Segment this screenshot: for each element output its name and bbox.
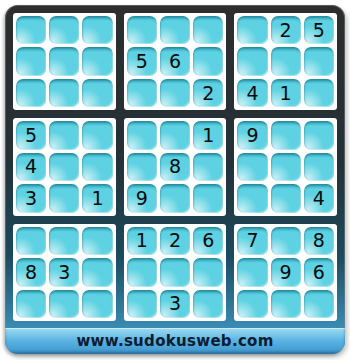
box-4: 5431 — [13, 118, 116, 215]
cell-r8c7[interactable] — [237, 258, 267, 286]
cell-r6c6[interactable] — [193, 184, 223, 212]
cell-r2c4[interactable]: 5 — [127, 47, 157, 75]
cell-r5c7[interactable] — [237, 153, 267, 181]
cell-r9c6[interactable] — [193, 290, 223, 318]
cell-r9c3[interactable] — [82, 290, 112, 318]
box-5: 189 — [124, 118, 227, 215]
cell-r1c8[interactable]: 2 — [271, 16, 301, 44]
cell-r9c4[interactable] — [127, 290, 157, 318]
cell-r8c4[interactable] — [127, 258, 157, 286]
cell-r6c7[interactable] — [237, 184, 267, 212]
cell-r5c3[interactable] — [82, 153, 112, 181]
cell-r6c5[interactable] — [160, 184, 190, 212]
cell-r9c8[interactable] — [271, 290, 301, 318]
cell-r6c3[interactable]: 1 — [82, 184, 112, 212]
cell-r5c2[interactable] — [49, 153, 79, 181]
cell-r5c4[interactable] — [127, 153, 157, 181]
cell-r4c4[interactable] — [127, 121, 157, 149]
cell-r2c9[interactable] — [304, 47, 334, 75]
cell-r2c5[interactable]: 6 — [160, 47, 190, 75]
cell-r3c1[interactable] — [16, 79, 46, 107]
cell-r3c4[interactable] — [127, 79, 157, 107]
cell-r7c2[interactable] — [49, 227, 79, 255]
cell-r3c7[interactable]: 4 — [237, 79, 267, 107]
cell-r9c9[interactable] — [304, 290, 334, 318]
cell-r5c1[interactable]: 4 — [16, 153, 46, 181]
cell-r3c2[interactable] — [49, 79, 79, 107]
cell-r2c3[interactable] — [82, 47, 112, 75]
cell-r9c5[interactable]: 3 — [160, 290, 190, 318]
box-1 — [13, 13, 116, 110]
cell-r3c3[interactable] — [82, 79, 112, 107]
cell-r6c9[interactable]: 4 — [304, 184, 334, 212]
cell-r1c9[interactable]: 5 — [304, 16, 334, 44]
cell-r3c5[interactable] — [160, 79, 190, 107]
cell-r1c7[interactable] — [237, 16, 267, 44]
cell-r3c8[interactable]: 1 — [271, 79, 301, 107]
sudoku-grid: 56225415431189948312637896 — [13, 13, 337, 321]
cell-r7c4[interactable]: 1 — [127, 227, 157, 255]
cell-r4c9[interactable] — [304, 121, 334, 149]
cell-r4c5[interactable] — [160, 121, 190, 149]
cell-r5c8[interactable] — [271, 153, 301, 181]
cell-r9c1[interactable] — [16, 290, 46, 318]
cell-r6c8[interactable] — [271, 184, 301, 212]
box-2: 562 — [124, 13, 227, 110]
cell-r4c3[interactable] — [82, 121, 112, 149]
cell-r1c5[interactable] — [160, 16, 190, 44]
cell-r8c3[interactable] — [82, 258, 112, 286]
cell-r8c6[interactable] — [193, 258, 223, 286]
cell-r7c8[interactable] — [271, 227, 301, 255]
box-6: 94 — [234, 118, 337, 215]
cell-r4c2[interactable] — [49, 121, 79, 149]
cell-r6c1[interactable]: 3 — [16, 184, 46, 212]
box-9: 7896 — [234, 224, 337, 321]
box-7: 83 — [13, 224, 116, 321]
cell-r5c6[interactable] — [193, 153, 223, 181]
cell-r9c2[interactable] — [49, 290, 79, 318]
cell-r5c9[interactable] — [304, 153, 334, 181]
cell-r7c5[interactable]: 2 — [160, 227, 190, 255]
cell-r6c4[interactable]: 9 — [127, 184, 157, 212]
box-3: 2541 — [234, 13, 337, 110]
cell-r4c7[interactable]: 9 — [237, 121, 267, 149]
cell-r8c1[interactable]: 8 — [16, 258, 46, 286]
cell-r2c6[interactable] — [193, 47, 223, 75]
cell-r4c8[interactable] — [271, 121, 301, 149]
cell-r1c3[interactable] — [82, 16, 112, 44]
cell-r3c9[interactable] — [304, 79, 334, 107]
cell-r2c1[interactable] — [16, 47, 46, 75]
page: 56225415431189948312637896 www.sudokuswe… — [0, 0, 350, 360]
cell-r2c7[interactable] — [237, 47, 267, 75]
cell-r8c5[interactable] — [160, 258, 190, 286]
cell-r7c1[interactable] — [16, 227, 46, 255]
cell-r4c1[interactable]: 5 — [16, 121, 46, 149]
cell-r4c6[interactable]: 1 — [193, 121, 223, 149]
cell-r8c2[interactable]: 3 — [49, 258, 79, 286]
cell-r1c2[interactable] — [49, 16, 79, 44]
cell-r2c2[interactable] — [49, 47, 79, 75]
cell-r1c4[interactable] — [127, 16, 157, 44]
footer-bar: www.sudokusweb.com — [5, 328, 345, 354]
sudoku-board: 56225415431189948312637896 www.sudokuswe… — [5, 5, 345, 354]
box-8: 1263 — [124, 224, 227, 321]
cell-r7c3[interactable] — [82, 227, 112, 255]
cell-r1c6[interactable] — [193, 16, 223, 44]
website-link[interactable]: www.sudokusweb.com — [76, 332, 273, 350]
cell-r8c9[interactable]: 6 — [304, 258, 334, 286]
cell-r6c2[interactable] — [49, 184, 79, 212]
cell-r7c6[interactable]: 6 — [193, 227, 223, 255]
cell-r7c7[interactable]: 7 — [237, 227, 267, 255]
cell-r1c1[interactable] — [16, 16, 46, 44]
cell-r2c8[interactable] — [271, 47, 301, 75]
cell-r7c9[interactable]: 8 — [304, 227, 334, 255]
cell-r3c6[interactable]: 2 — [193, 79, 223, 107]
cell-r8c8[interactable]: 9 — [271, 258, 301, 286]
cell-r5c5[interactable]: 8 — [160, 153, 190, 181]
cell-r9c7[interactable] — [237, 290, 267, 318]
